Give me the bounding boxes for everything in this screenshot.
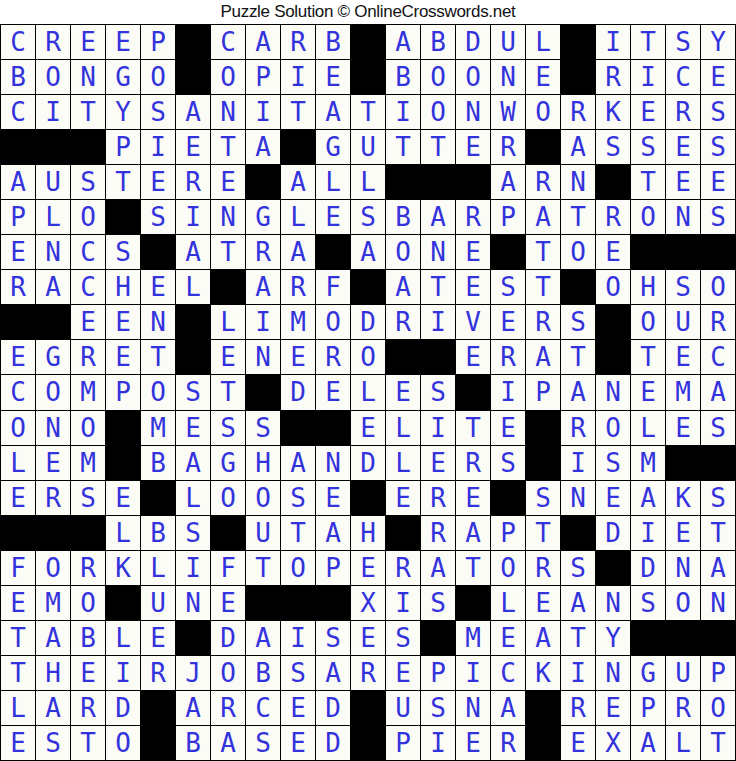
- cell-r18c17: T: [561, 621, 595, 655]
- black-cell-r10c18: [596, 340, 630, 374]
- cell-r18c10: S: [316, 621, 350, 655]
- black-cell-r7c15: [491, 235, 525, 269]
- cell-r20c13: S: [421, 691, 455, 725]
- black-cell-r18c6: [176, 621, 210, 655]
- cell-r19c10: A: [316, 656, 350, 690]
- cell-r16c10: P: [316, 551, 350, 585]
- black-cell-r1c17: [561, 25, 595, 59]
- black-cell-r12c16: [526, 411, 560, 445]
- cell-r6c3: O: [71, 200, 105, 234]
- black-cell-r4c3: [71, 130, 105, 164]
- cell-r20c18: E: [596, 691, 630, 725]
- cell-r18c9: I: [281, 621, 315, 655]
- cell-r21c20: L: [666, 726, 700, 760]
- cell-r9c5: N: [141, 305, 175, 339]
- cell-r8c21: O: [701, 270, 735, 304]
- black-cell-r8c17: [561, 270, 595, 304]
- cell-r4c21: S: [701, 130, 735, 164]
- black-cell-r2c11: [351, 60, 385, 94]
- black-cell-r6c4: [106, 200, 140, 234]
- black-cell-r14c11: [351, 481, 385, 515]
- cell-r13c5: B: [141, 446, 175, 480]
- cell-r5c6: R: [176, 165, 210, 199]
- black-cell-r1c6: [176, 25, 210, 59]
- black-cell-r11c14: [456, 375, 490, 409]
- cell-r8c1: R: [1, 270, 35, 304]
- cell-r17c11: X: [351, 586, 385, 620]
- cell-r1c7: C: [211, 25, 245, 59]
- cell-r14c14: E: [456, 481, 490, 515]
- cell-r21c17: E: [561, 726, 595, 760]
- cell-r2c20: C: [666, 60, 700, 94]
- cell-r9c20: U: [666, 305, 700, 339]
- cell-r7c17: O: [561, 235, 595, 269]
- cell-r21c4: O: [106, 726, 140, 760]
- cell-r19c3: E: [71, 656, 105, 690]
- cell-r10c8: N: [246, 340, 280, 374]
- cell-r6c17: T: [561, 200, 595, 234]
- cell-r12c5: M: [141, 411, 175, 445]
- cell-r16c6: I: [176, 551, 210, 585]
- cell-r2c1: B: [1, 60, 35, 94]
- cell-r13c19: M: [631, 446, 665, 480]
- black-cell-r9c1: [1, 305, 35, 339]
- cell-r16c5: L: [141, 551, 175, 585]
- cell-r3c1: C: [1, 95, 35, 129]
- cell-r12c15: E: [491, 411, 525, 445]
- black-cell-r8c11: [351, 270, 385, 304]
- cell-r1c1: C: [1, 25, 35, 59]
- cell-r4c11: U: [351, 130, 385, 164]
- cell-r4c12: T: [386, 130, 420, 164]
- black-cell-r2c6: [176, 60, 210, 94]
- cell-r19c18: N: [596, 656, 630, 690]
- cell-r15c21: T: [701, 516, 735, 550]
- cell-r3c12: I: [386, 95, 420, 129]
- cell-r9c16: R: [526, 305, 560, 339]
- black-cell-r18c19: [631, 621, 665, 655]
- black-cell-r15c7: [211, 516, 245, 550]
- cell-r6c19: O: [631, 200, 665, 234]
- cell-r2c7: O: [211, 60, 245, 94]
- cell-r4c17: A: [561, 130, 595, 164]
- cell-r9c8: I: [246, 305, 280, 339]
- cell-r21c13: I: [421, 726, 455, 760]
- cell-r14c17: N: [561, 481, 595, 515]
- cell-r18c2: A: [36, 621, 70, 655]
- cell-r18c1: T: [1, 621, 35, 655]
- cell-r15c5: B: [141, 516, 175, 550]
- cell-r9c17: S: [561, 305, 595, 339]
- cell-r3c19: E: [631, 95, 665, 129]
- cell-r19c13: P: [421, 656, 455, 690]
- cell-r17c2: M: [36, 586, 70, 620]
- cell-r21c14: E: [456, 726, 490, 760]
- cell-r4c7: T: [211, 130, 245, 164]
- cell-r12c14: T: [456, 411, 490, 445]
- cell-r2c18: R: [596, 60, 630, 94]
- cell-r1c3: E: [71, 25, 105, 59]
- cell-r11c10: E: [316, 375, 350, 409]
- black-cell-r13c16: [526, 446, 560, 480]
- cell-r20c6: A: [176, 691, 210, 725]
- cell-r8c18: O: [596, 270, 630, 304]
- cell-r20c17: R: [561, 691, 595, 725]
- black-cell-r20c16: [526, 691, 560, 725]
- cell-r15c15: P: [491, 516, 525, 550]
- cell-r10c2: G: [36, 340, 70, 374]
- cell-r6c21: S: [701, 200, 735, 234]
- cell-r10c20: E: [666, 340, 700, 374]
- cell-r1c21: Y: [701, 25, 735, 59]
- cell-r7c3: C: [71, 235, 105, 269]
- cell-r9c4: E: [106, 305, 140, 339]
- cell-r5c16: R: [526, 165, 560, 199]
- cell-r5c10: L: [316, 165, 350, 199]
- cell-r8c19: H: [631, 270, 665, 304]
- cell-r8c4: H: [106, 270, 140, 304]
- black-cell-r7c10: [316, 235, 350, 269]
- cell-r5c4: T: [106, 165, 140, 199]
- black-cell-r7c5: [141, 235, 175, 269]
- black-cell-r13c20: [666, 446, 700, 480]
- cell-r14c1: E: [1, 481, 35, 515]
- cell-r2c19: I: [631, 60, 665, 94]
- cell-r15c11: H: [351, 516, 385, 550]
- cell-r17c12: I: [386, 586, 420, 620]
- cell-r6c11: S: [351, 200, 385, 234]
- cell-r11c12: E: [386, 375, 420, 409]
- cell-r9c21: R: [701, 305, 735, 339]
- black-cell-r17c8: [246, 586, 280, 620]
- black-cell-r15c12: [386, 516, 420, 550]
- cell-r13c9: A: [281, 446, 315, 480]
- cell-r20c8: C: [246, 691, 280, 725]
- cell-r7c4: S: [106, 235, 140, 269]
- cell-r3c3: T: [71, 95, 105, 129]
- cell-r1c16: L: [526, 25, 560, 59]
- cell-r9c10: O: [316, 305, 350, 339]
- cell-r21c7: A: [211, 726, 245, 760]
- cell-r16c2: O: [36, 551, 70, 585]
- cell-r20c7: R: [211, 691, 245, 725]
- cell-r21c18: X: [596, 726, 630, 760]
- cell-r20c12: U: [386, 691, 420, 725]
- cell-r8c20: S: [666, 270, 700, 304]
- cell-r11c18: N: [596, 375, 630, 409]
- black-cell-r11c8: [246, 375, 280, 409]
- cell-r2c3: N: [71, 60, 105, 94]
- cell-r5c2: U: [36, 165, 70, 199]
- cell-r10c11: O: [351, 340, 385, 374]
- black-cell-r21c5: [141, 726, 175, 760]
- cell-r11c20: M: [666, 375, 700, 409]
- cell-r18c16: A: [526, 621, 560, 655]
- cell-r19c20: U: [666, 656, 700, 690]
- black-cell-r12c10: [316, 411, 350, 445]
- black-cell-r14c15: [491, 481, 525, 515]
- cell-r5c5: E: [141, 165, 175, 199]
- cell-r15c18: D: [596, 516, 630, 550]
- cell-r15c13: R: [421, 516, 455, 550]
- cell-r15c9: T: [281, 516, 315, 550]
- cell-r19c21: P: [701, 656, 735, 690]
- cell-r1c12: A: [386, 25, 420, 59]
- cell-r11c15: I: [491, 375, 525, 409]
- cell-r6c6: I: [176, 200, 210, 234]
- black-cell-r7c21: [701, 235, 735, 269]
- cell-r18c14: M: [456, 621, 490, 655]
- cell-r19c1: T: [1, 656, 35, 690]
- cell-r21c9: E: [281, 726, 315, 760]
- cell-r3c13: O: [421, 95, 455, 129]
- black-cell-r8c7: [211, 270, 245, 304]
- cell-r12c6: E: [176, 411, 210, 445]
- cell-r1c4: E: [106, 25, 140, 59]
- cell-r14c6: L: [176, 481, 210, 515]
- cell-r13c3: M: [71, 446, 105, 480]
- black-cell-r1c11: [351, 25, 385, 59]
- cell-r4c13: T: [421, 130, 455, 164]
- cell-r7c12: O: [386, 235, 420, 269]
- cell-r1c18: I: [596, 25, 630, 59]
- black-cell-r5c18: [596, 165, 630, 199]
- black-cell-r18c13: [421, 621, 455, 655]
- cell-r14c4: E: [106, 481, 140, 515]
- black-cell-r10c12: [386, 340, 420, 374]
- black-cell-r9c2: [36, 305, 70, 339]
- cell-r16c20: N: [666, 551, 700, 585]
- cell-r19c6: J: [176, 656, 210, 690]
- cell-r4c4: P: [106, 130, 140, 164]
- black-cell-r16c18: [596, 551, 630, 585]
- black-cell-r17c10: [316, 586, 350, 620]
- cell-r8c8: A: [246, 270, 280, 304]
- black-cell-r20c11: [351, 691, 385, 725]
- cell-r10c17: T: [561, 340, 595, 374]
- cell-r15c14: A: [456, 516, 490, 550]
- cell-r12c18: O: [596, 411, 630, 445]
- cell-r1c15: U: [491, 25, 525, 59]
- cell-r18c3: B: [71, 621, 105, 655]
- cell-r17c6: N: [176, 586, 210, 620]
- cell-r1c19: T: [631, 25, 665, 59]
- cell-r15c20: E: [666, 516, 700, 550]
- cell-r7c2: N: [36, 235, 70, 269]
- cell-r19c12: E: [386, 656, 420, 690]
- cell-r19c2: H: [36, 656, 70, 690]
- cell-r7c13: N: [421, 235, 455, 269]
- cell-r3c11: T: [351, 95, 385, 129]
- black-cell-r7c19: [631, 235, 665, 269]
- cell-r7c14: E: [456, 235, 490, 269]
- cell-r11c4: P: [106, 375, 140, 409]
- cell-r11c13: S: [421, 375, 455, 409]
- cell-r16c1: F: [1, 551, 35, 585]
- black-cell-r4c1: [1, 130, 35, 164]
- cell-r1c14: D: [456, 25, 490, 59]
- cell-r21c19: A: [631, 726, 665, 760]
- cell-r3c10: A: [316, 95, 350, 129]
- cell-r20c1: L: [1, 691, 35, 725]
- black-cell-r17c9: [281, 586, 315, 620]
- cell-r2c16: E: [526, 60, 560, 94]
- cell-r8c3: C: [71, 270, 105, 304]
- cell-r14c7: O: [211, 481, 245, 515]
- cell-r21c10: D: [316, 726, 350, 760]
- cell-r4c20: E: [666, 130, 700, 164]
- cell-r7c18: E: [596, 235, 630, 269]
- cell-r6c7: N: [211, 200, 245, 234]
- cell-r15c16: T: [526, 516, 560, 550]
- cell-r13c10: N: [316, 446, 350, 480]
- cell-r3c6: A: [176, 95, 210, 129]
- cell-r20c15: A: [491, 691, 525, 725]
- cell-r6c15: P: [491, 200, 525, 234]
- black-cell-r10c13: [421, 340, 455, 374]
- cell-r6c14: R: [456, 200, 490, 234]
- cell-r6c18: R: [596, 200, 630, 234]
- cell-r21c2: S: [36, 726, 70, 760]
- cell-r8c15: S: [491, 270, 525, 304]
- cell-r8c6: L: [176, 270, 210, 304]
- cell-r17c15: L: [491, 586, 525, 620]
- cell-r14c8: O: [246, 481, 280, 515]
- cell-r15c4: L: [106, 516, 140, 550]
- cell-r8c5: E: [141, 270, 175, 304]
- cell-r12c19: L: [631, 411, 665, 445]
- cell-r16c7: F: [211, 551, 245, 585]
- cell-r19c17: I: [561, 656, 595, 690]
- cell-r4c5: I: [141, 130, 175, 164]
- black-cell-r13c4: [106, 446, 140, 480]
- cell-r4c8: A: [246, 130, 280, 164]
- cell-r7c6: A: [176, 235, 210, 269]
- black-cell-r15c17: [561, 516, 595, 550]
- cell-r16c3: R: [71, 551, 105, 585]
- cell-r11c5: O: [141, 375, 175, 409]
- cell-r19c11: R: [351, 656, 385, 690]
- cell-r2c15: N: [491, 60, 525, 94]
- cell-r7c8: R: [246, 235, 280, 269]
- cell-r14c18: E: [596, 481, 630, 515]
- cell-r2c13: O: [421, 60, 455, 94]
- cell-r9c15: E: [491, 305, 525, 339]
- cell-r2c21: E: [701, 60, 735, 94]
- cell-r4c10: G: [316, 130, 350, 164]
- crossword-grid: CREEPCARBABDULITSYBONGOOPIEBOONERICECITY…: [0, 24, 736, 761]
- cell-r2c4: G: [106, 60, 140, 94]
- cell-r12c21: S: [701, 411, 735, 445]
- cell-r5c9: A: [281, 165, 315, 199]
- cell-r11c6: S: [176, 375, 210, 409]
- cell-r12c8: S: [246, 411, 280, 445]
- cell-r6c5: S: [141, 200, 175, 234]
- cell-r16c15: O: [491, 551, 525, 585]
- cell-r16c16: R: [526, 551, 560, 585]
- cell-r17c19: S: [631, 586, 665, 620]
- cell-r14c13: R: [421, 481, 455, 515]
- cell-r21c6: B: [176, 726, 210, 760]
- cell-r11c3: M: [71, 375, 105, 409]
- cell-r7c16: T: [526, 235, 560, 269]
- black-cell-r12c4: [106, 411, 140, 445]
- cell-r10c21: C: [701, 340, 735, 374]
- cell-r8c12: A: [386, 270, 420, 304]
- cell-r11c16: P: [526, 375, 560, 409]
- cell-r19c7: O: [211, 656, 245, 690]
- cell-r17c18: N: [596, 586, 630, 620]
- cell-r3c4: Y: [106, 95, 140, 129]
- cell-r20c4: D: [106, 691, 140, 725]
- cell-r20c2: A: [36, 691, 70, 725]
- black-cell-r5c8: [246, 165, 280, 199]
- cell-r5c19: T: [631, 165, 665, 199]
- cell-r8c16: T: [526, 270, 560, 304]
- cell-r5c11: L: [351, 165, 385, 199]
- cell-r6c9: L: [281, 200, 315, 234]
- cell-r18c8: A: [246, 621, 280, 655]
- cell-r17c3: O: [71, 586, 105, 620]
- cell-r12c7: S: [211, 411, 245, 445]
- cell-r19c19: G: [631, 656, 665, 690]
- cell-r8c10: F: [316, 270, 350, 304]
- cell-r19c15: C: [491, 656, 525, 690]
- cell-r3c8: I: [246, 95, 280, 129]
- cell-r6c13: A: [421, 200, 455, 234]
- cell-r9c7: L: [211, 305, 245, 339]
- cell-r5c20: E: [666, 165, 700, 199]
- cell-r11c21: A: [701, 375, 735, 409]
- cell-r5c3: S: [71, 165, 105, 199]
- cell-r16c12: R: [386, 551, 420, 585]
- cell-r6c16: A: [526, 200, 560, 234]
- cell-r20c3: R: [71, 691, 105, 725]
- cell-r16c9: O: [281, 551, 315, 585]
- cell-r19c9: S: [281, 656, 315, 690]
- cell-r20c19: P: [631, 691, 665, 725]
- cell-r13c8: H: [246, 446, 280, 480]
- cell-r6c20: N: [666, 200, 700, 234]
- cell-r8c13: T: [421, 270, 455, 304]
- black-cell-r20c5: [141, 691, 175, 725]
- cell-r17c20: O: [666, 586, 700, 620]
- cell-r16c11: E: [351, 551, 385, 585]
- cell-r5c21: E: [701, 165, 735, 199]
- cell-r1c8: A: [246, 25, 280, 59]
- cell-r14c19: A: [631, 481, 665, 515]
- black-cell-r7c20: [666, 235, 700, 269]
- cell-r6c2: L: [36, 200, 70, 234]
- cell-r2c14: O: [456, 60, 490, 94]
- cell-r14c16: S: [526, 481, 560, 515]
- cell-r13c6: A: [176, 446, 210, 480]
- cell-r10c14: E: [456, 340, 490, 374]
- cell-r19c4: I: [106, 656, 140, 690]
- black-cell-r18c21: [701, 621, 735, 655]
- puzzle-solution-page: Puzzle Solution © OnlineCrosswords.net C…: [0, 0, 736, 761]
- cell-r3c16: O: [526, 95, 560, 129]
- black-cell-r21c16: [526, 726, 560, 760]
- black-cell-r9c18: [596, 305, 630, 339]
- cell-r17c5: U: [141, 586, 175, 620]
- black-cell-r13c21: [701, 446, 735, 480]
- black-cell-r15c1: [1, 516, 35, 550]
- cell-r10c7: E: [211, 340, 245, 374]
- cell-r13c14: R: [456, 446, 490, 480]
- cell-r19c16: K: [526, 656, 560, 690]
- cell-r8c9: R: [281, 270, 315, 304]
